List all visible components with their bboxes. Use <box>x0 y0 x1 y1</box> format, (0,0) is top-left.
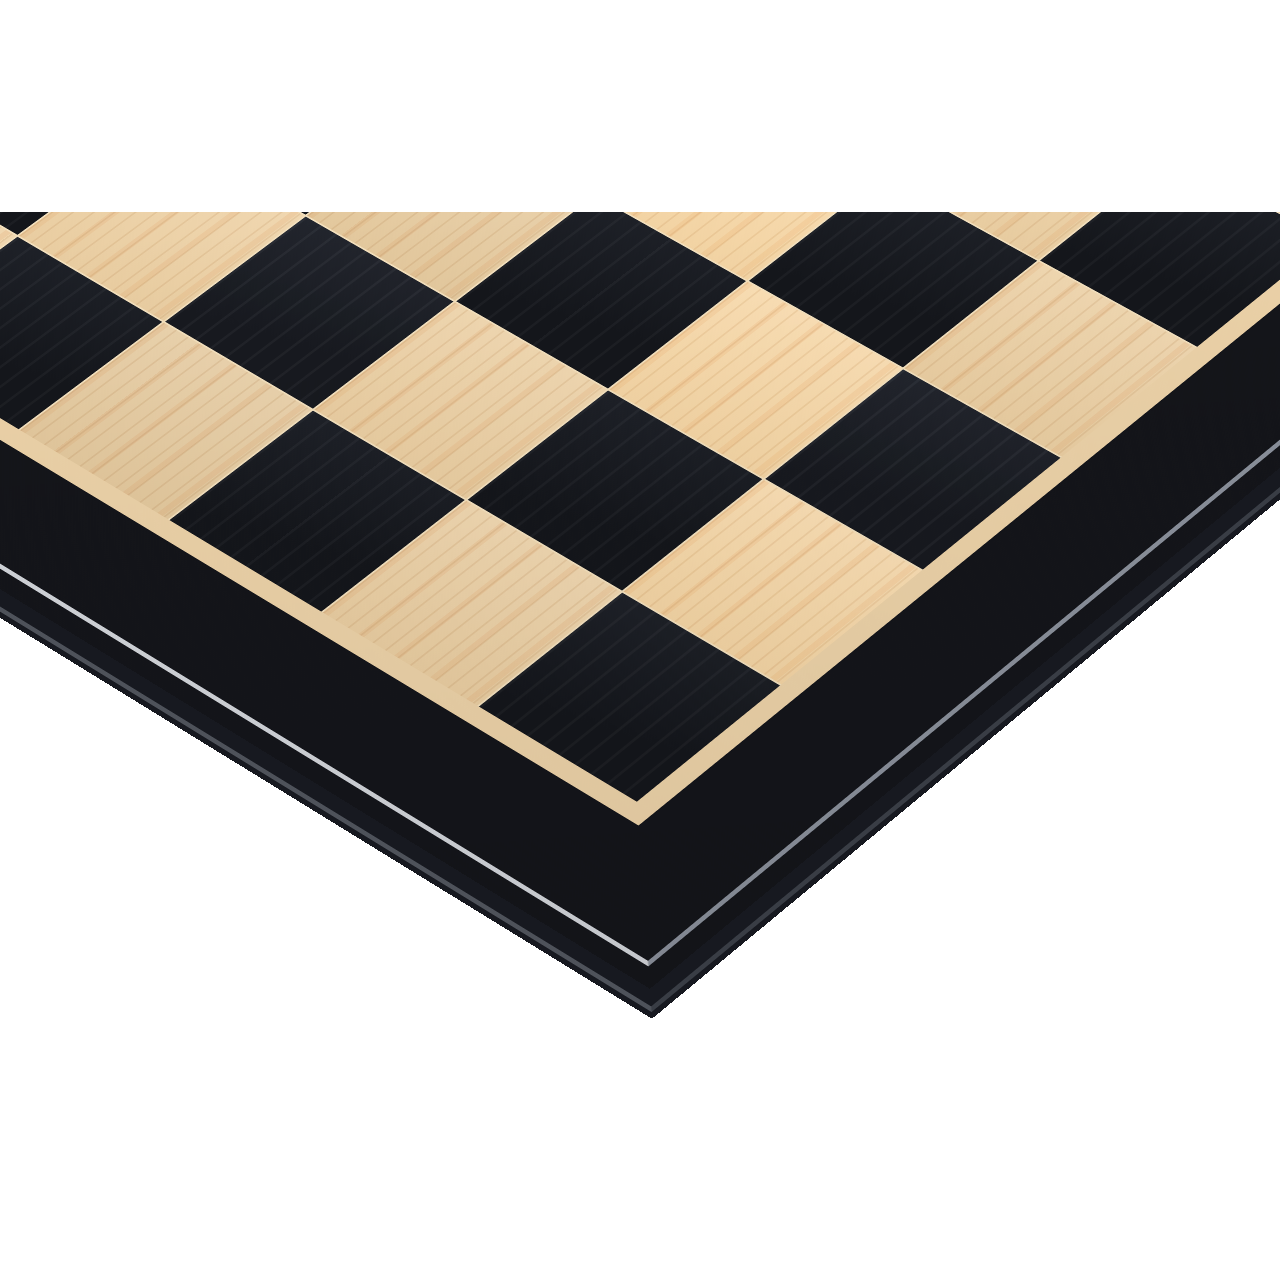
camera-roll <box>0 212 1280 1280</box>
photo-crop <box>0 212 1280 1280</box>
photo-background <box>0 0 1280 1280</box>
chessboard <box>0 212 1280 989</box>
board-top-scene <box>0 212 1280 1280</box>
scene-shift <box>0 212 1280 1280</box>
